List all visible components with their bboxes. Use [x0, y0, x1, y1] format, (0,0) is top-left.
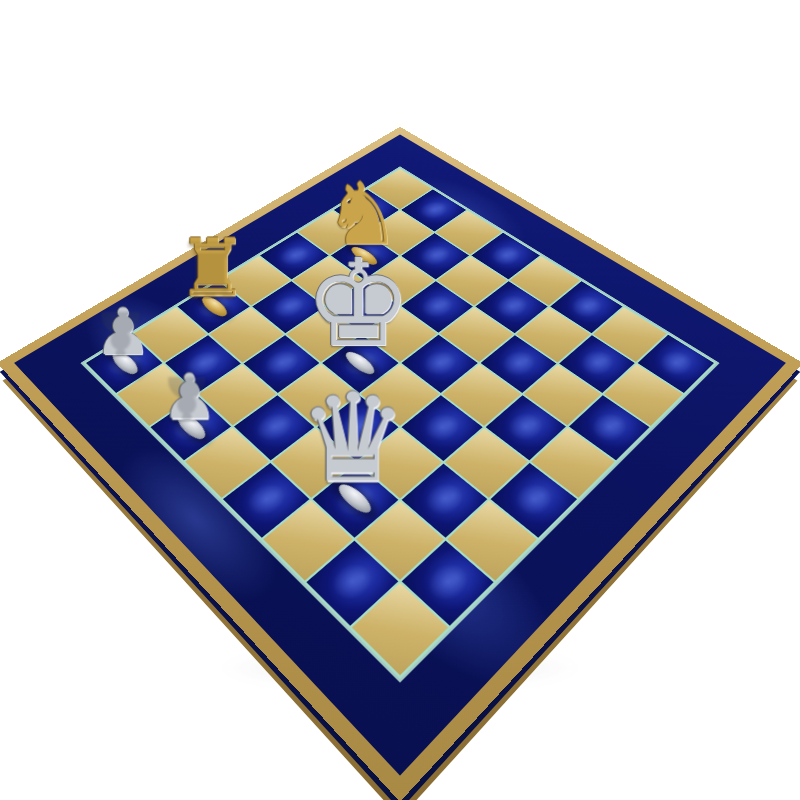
piece-reflection: ♟ — [60, 302, 180, 366]
board-scene: ♞♜♜♚♛♟♟♟♟ — [0, 0, 800, 800]
chess-board: ♞♜♜♚♛♟♟♟♟ — [0, 127, 800, 800]
king-glyph: ♚ — [298, 244, 418, 364]
queen-glyph: ♛ — [285, 378, 421, 501]
chess-set-photo: ♞♜♜♚♛♟♟♟♟ — [0, 0, 800, 800]
piece-reflection: ♟ — [122, 368, 250, 430]
